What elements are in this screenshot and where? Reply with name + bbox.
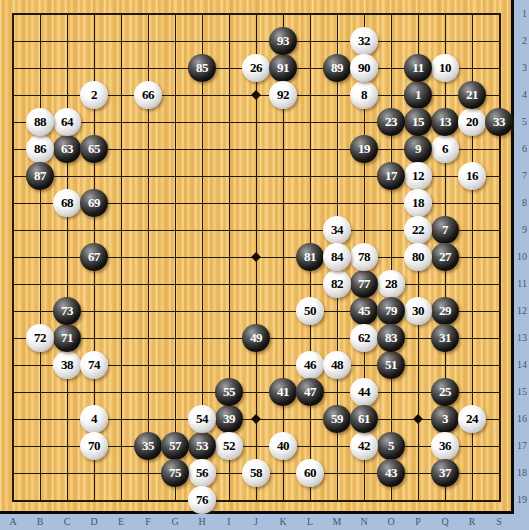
- stone-black-9: 9: [404, 135, 432, 163]
- stone-black-77: 77: [350, 270, 378, 298]
- stone-white-92: 92: [269, 81, 297, 109]
- stone-black-45: 45: [350, 297, 378, 325]
- stone-black-41: 41: [269, 378, 297, 406]
- move-number: 74: [88, 357, 100, 373]
- move-number: 20: [466, 114, 478, 130]
- move-number: 1: [415, 87, 421, 103]
- stone-black-69: 69: [80, 189, 108, 217]
- column-coordinate-margin: ABCDEFGHIJKLMNOPQRS: [0, 514, 514, 530]
- move-number: 2: [91, 87, 97, 103]
- row-coordinate-margin: 12345678910111213141516171819: [514, 0, 529, 530]
- stone-black-1: 1: [404, 81, 432, 109]
- move-number: 65: [88, 141, 100, 157]
- move-number: 27: [439, 249, 451, 265]
- move-number: 41: [277, 384, 289, 400]
- row-label-1: 1: [522, 9, 527, 19]
- row-label-5: 5: [522, 117, 527, 127]
- stone-black-37: 37: [431, 459, 459, 487]
- stone-white-2: 2: [80, 81, 108, 109]
- move-number: 83: [385, 330, 397, 346]
- stone-black-21: 21: [458, 81, 486, 109]
- stone-white-82: 82: [323, 270, 351, 298]
- row-label-19: 19: [517, 495, 527, 505]
- row-label-17: 17: [517, 441, 527, 451]
- stone-black-91: 91: [269, 54, 297, 82]
- stone-white-38: 38: [53, 351, 81, 379]
- stone-white-8: 8: [350, 81, 378, 109]
- stone-white-56: 56: [188, 459, 216, 487]
- move-number: 66: [142, 87, 154, 103]
- row-label-7: 7: [522, 171, 527, 181]
- go-diagram-screenshot: 1234567891011121315161718192021222324252…: [0, 0, 529, 530]
- stone-white-58: 58: [242, 459, 270, 487]
- move-number: 18: [412, 195, 424, 211]
- move-number: 64: [61, 114, 73, 130]
- move-number: 25: [439, 384, 451, 400]
- move-number: 21: [466, 87, 478, 103]
- stone-white-40: 40: [269, 432, 297, 460]
- move-number: 82: [331, 276, 343, 292]
- stone-black-47: 47: [296, 378, 324, 406]
- stone-black-51: 51: [377, 351, 405, 379]
- move-number: 86: [34, 141, 46, 157]
- stone-white-26: 26: [242, 54, 270, 82]
- stone-white-72: 72: [26, 324, 54, 352]
- move-number: 3: [442, 411, 448, 427]
- move-number: 32: [358, 33, 370, 49]
- stone-black-15: 15: [404, 108, 432, 136]
- move-number: 53: [196, 438, 208, 454]
- move-number: 47: [304, 384, 316, 400]
- stone-black-93: 93: [269, 27, 297, 55]
- stone-white-46: 46: [296, 351, 324, 379]
- move-number: 19: [358, 141, 370, 157]
- stone-white-32: 32: [350, 27, 378, 55]
- stone-white-4: 4: [80, 405, 108, 433]
- move-number: 29: [439, 303, 451, 319]
- move-number: 17: [385, 168, 397, 184]
- move-number: 49: [250, 330, 262, 346]
- stone-white-70: 70: [80, 432, 108, 460]
- stone-black-83: 83: [377, 324, 405, 352]
- move-number: 56: [196, 465, 208, 481]
- move-number: 91: [277, 60, 289, 76]
- move-number: 84: [331, 249, 343, 265]
- stone-black-19: 19: [350, 135, 378, 163]
- move-number: 46: [304, 357, 316, 373]
- stone-white-10: 10: [431, 54, 459, 82]
- move-number: 87: [34, 168, 46, 184]
- row-label-10: 10: [517, 252, 527, 262]
- stone-white-88: 88: [26, 108, 54, 136]
- stone-black-61: 61: [350, 405, 378, 433]
- column-label-H: H: [198, 516, 205, 528]
- stone-black-29: 29: [431, 297, 459, 325]
- move-number: 62: [358, 330, 370, 346]
- column-label-J: J: [254, 516, 258, 528]
- move-number: 80: [412, 249, 424, 265]
- move-number: 50: [304, 303, 316, 319]
- move-number: 33: [493, 114, 505, 130]
- move-number: 92: [277, 87, 289, 103]
- stone-black-49: 49: [242, 324, 270, 352]
- stone-black-13: 13: [431, 108, 459, 136]
- move-number: 55: [223, 384, 235, 400]
- row-label-2: 2: [522, 36, 527, 46]
- stone-black-71: 71: [53, 324, 81, 352]
- column-label-D: D: [90, 516, 97, 528]
- row-label-3: 3: [522, 63, 527, 73]
- stone-black-31: 31: [431, 324, 459, 352]
- stone-black-89: 89: [323, 54, 351, 82]
- row-label-11: 11: [517, 279, 527, 289]
- stone-black-67: 67: [80, 243, 108, 271]
- move-number: 61: [358, 411, 370, 427]
- stone-white-22: 22: [404, 216, 432, 244]
- move-number: 51: [385, 357, 397, 373]
- row-label-16: 16: [517, 414, 527, 424]
- move-number: 81: [304, 249, 316, 265]
- move-number: 76: [196, 492, 208, 508]
- column-label-Q: Q: [441, 516, 448, 528]
- move-number: 10: [439, 60, 451, 76]
- move-number: 26: [250, 60, 262, 76]
- stone-white-16: 16: [458, 162, 486, 190]
- column-label-K: K: [279, 516, 286, 528]
- move-number: 90: [358, 60, 370, 76]
- column-label-C: C: [64, 516, 71, 528]
- column-label-I: I: [227, 516, 230, 528]
- stone-white-36: 36: [431, 432, 459, 460]
- move-number: 75: [169, 465, 181, 481]
- move-number: 24: [466, 411, 478, 427]
- stone-black-65: 65: [80, 135, 108, 163]
- column-label-F: F: [145, 516, 151, 528]
- column-label-E: E: [118, 516, 124, 528]
- stone-black-55: 55: [215, 378, 243, 406]
- stone-white-60: 60: [296, 459, 324, 487]
- stone-black-23: 23: [377, 108, 405, 136]
- move-number: 70: [88, 438, 100, 454]
- move-number: 15: [412, 114, 424, 130]
- go-board: 1234567891011121315161718192021222324252…: [0, 0, 514, 514]
- stone-black-11: 11: [404, 54, 432, 82]
- column-label-P: P: [415, 516, 421, 528]
- stone-black-57: 57: [161, 432, 189, 460]
- move-number: 4: [91, 411, 97, 427]
- stone-black-87: 87: [26, 162, 54, 190]
- column-label-O: O: [387, 516, 394, 528]
- row-label-4: 4: [522, 90, 527, 100]
- move-number: 77: [358, 276, 370, 292]
- stone-black-43: 43: [377, 459, 405, 487]
- stone-white-24: 24: [458, 405, 486, 433]
- row-label-14: 14: [517, 360, 527, 370]
- move-number: 23: [385, 114, 397, 130]
- move-number: 88: [34, 114, 46, 130]
- move-number: 58: [250, 465, 262, 481]
- move-number: 72: [34, 330, 46, 346]
- move-number: 9: [415, 141, 421, 157]
- stone-black-85: 85: [188, 54, 216, 82]
- stone-white-62: 62: [350, 324, 378, 352]
- column-label-R: R: [469, 516, 476, 528]
- row-label-18: 18: [517, 468, 527, 478]
- move-number: 34: [331, 222, 343, 238]
- stone-white-80: 80: [404, 243, 432, 271]
- stone-white-50: 50: [296, 297, 324, 325]
- column-label-N: N: [360, 516, 367, 528]
- move-number: 63: [61, 141, 73, 157]
- stone-white-30: 30: [404, 297, 432, 325]
- stone-white-76: 76: [188, 486, 216, 514]
- move-number: 54: [196, 411, 208, 427]
- row-label-6: 6: [522, 144, 527, 154]
- stone-black-73: 73: [53, 297, 81, 325]
- stone-black-25: 25: [431, 378, 459, 406]
- stone-white-18: 18: [404, 189, 432, 217]
- move-number: 16: [466, 168, 478, 184]
- stone-black-79: 79: [377, 297, 405, 325]
- move-number: 89: [331, 60, 343, 76]
- move-number: 40: [277, 438, 289, 454]
- move-number: 57: [169, 438, 181, 454]
- move-number: 28: [385, 276, 397, 292]
- move-number: 38: [61, 357, 73, 373]
- column-label-M: M: [333, 516, 342, 528]
- stone-black-7: 7: [431, 216, 459, 244]
- move-number: 12: [412, 168, 424, 184]
- move-number: 42: [358, 438, 370, 454]
- stone-white-44: 44: [350, 378, 378, 406]
- move-number: 35: [142, 438, 154, 454]
- stone-white-52: 52: [215, 432, 243, 460]
- move-number: 73: [61, 303, 73, 319]
- stone-white-86: 86: [26, 135, 54, 163]
- stone-black-33: 33: [485, 108, 513, 136]
- move-number: 48: [331, 357, 343, 373]
- stone-white-20: 20: [458, 108, 486, 136]
- stone-black-59: 59: [323, 405, 351, 433]
- move-number: 13: [439, 114, 451, 130]
- move-number: 6: [442, 141, 448, 157]
- stone-black-75: 75: [161, 459, 189, 487]
- stone-black-3: 3: [431, 405, 459, 433]
- stone-black-5: 5: [377, 432, 405, 460]
- move-number: 43: [385, 465, 397, 481]
- move-number: 22: [412, 222, 424, 238]
- row-label-13: 13: [517, 333, 527, 343]
- move-number: 7: [442, 222, 448, 238]
- stone-white-54: 54: [188, 405, 216, 433]
- move-number: 5: [388, 438, 394, 454]
- stone-white-74: 74: [80, 351, 108, 379]
- row-label-15: 15: [517, 387, 527, 397]
- move-number: 79: [385, 303, 397, 319]
- move-number: 67: [88, 249, 100, 265]
- move-number: 68: [61, 195, 73, 211]
- stone-white-48: 48: [323, 351, 351, 379]
- stone-black-35: 35: [134, 432, 162, 460]
- stone-white-90: 90: [350, 54, 378, 82]
- stone-white-78: 78: [350, 243, 378, 271]
- move-number: 78: [358, 249, 370, 265]
- stone-black-27: 27: [431, 243, 459, 271]
- stone-white-28: 28: [377, 270, 405, 298]
- stone-white-68: 68: [53, 189, 81, 217]
- column-label-B: B: [37, 516, 44, 528]
- move-number: 30: [412, 303, 424, 319]
- stone-white-12: 12: [404, 162, 432, 190]
- stone-black-53: 53: [188, 432, 216, 460]
- move-number: 59: [331, 411, 343, 427]
- move-number: 36: [439, 438, 451, 454]
- stone-black-63: 63: [53, 135, 81, 163]
- column-label-S: S: [496, 516, 502, 528]
- stone-black-81: 81: [296, 243, 324, 271]
- column-label-L: L: [307, 516, 313, 528]
- move-number: 8: [361, 87, 367, 103]
- move-number: 93: [277, 33, 289, 49]
- column-label-G: G: [171, 516, 178, 528]
- row-label-12: 12: [517, 306, 527, 316]
- row-label-8: 8: [522, 198, 527, 208]
- stone-white-34: 34: [323, 216, 351, 244]
- move-number: 44: [358, 384, 370, 400]
- move-number: 85: [196, 60, 208, 76]
- move-number: 52: [223, 438, 235, 454]
- column-label-A: A: [9, 516, 16, 528]
- stone-black-39: 39: [215, 405, 243, 433]
- stone-white-84: 84: [323, 243, 351, 271]
- row-label-9: 9: [522, 225, 527, 235]
- stone-white-66: 66: [134, 81, 162, 109]
- move-number: 37: [439, 465, 451, 481]
- move-number: 69: [88, 195, 100, 211]
- move-number: 45: [358, 303, 370, 319]
- move-number: 71: [61, 330, 73, 346]
- move-number: 60: [304, 465, 316, 481]
- stone-white-6: 6: [431, 135, 459, 163]
- stone-black-17: 17: [377, 162, 405, 190]
- move-number: 31: [439, 330, 451, 346]
- move-number: 11: [412, 60, 423, 76]
- stone-white-42: 42: [350, 432, 378, 460]
- move-number: 39: [223, 411, 235, 427]
- stone-white-64: 64: [53, 108, 81, 136]
